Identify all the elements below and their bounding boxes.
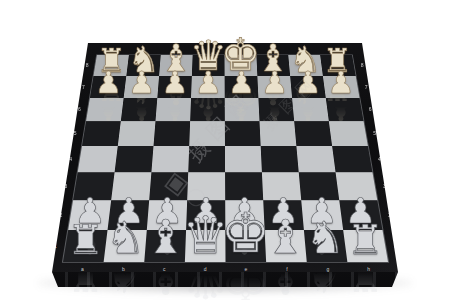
square-c4[interactable]	[151, 146, 189, 172]
chessboard-photo: abcdefgh1122334455667788 ♜♜♞♞♝♝♛♛♚♚♝♝♞♞♜…	[0, 0, 450, 300]
square-g8[interactable]	[288, 55, 323, 76]
square-a3[interactable]	[73, 172, 114, 200]
rank-label-right-4: 4	[378, 156, 381, 161]
square-c1[interactable]	[144, 230, 186, 262]
rank-label-left-5: 5	[74, 131, 77, 136]
square-c2[interactable]	[147, 200, 187, 230]
square-h3[interactable]	[336, 172, 378, 200]
square-h1[interactable]	[343, 230, 388, 262]
rank-label-left-2: 2	[59, 212, 62, 217]
square-e4[interactable]	[225, 146, 262, 172]
square-d3[interactable]	[187, 172, 225, 200]
square-a8[interactable]	[94, 55, 129, 76]
square-g2[interactable]	[301, 200, 343, 230]
square-b5[interactable]	[118, 121, 156, 146]
square-g1[interactable]	[304, 230, 347, 262]
square-e8[interactable]	[225, 55, 258, 76]
square-a6[interactable]	[86, 98, 124, 121]
square-b2[interactable]	[108, 200, 150, 230]
square-d5[interactable]	[189, 121, 225, 146]
rank-label-right-5: 5	[373, 131, 376, 136]
square-h7[interactable]	[323, 76, 360, 98]
square-f1[interactable]	[265, 230, 307, 262]
rank-label-left-8: 8	[86, 63, 89, 68]
chess-board[interactable]	[63, 55, 388, 262]
square-d1[interactable]	[185, 230, 226, 262]
square-b1[interactable]	[104, 230, 147, 262]
square-a2[interactable]	[68, 200, 111, 230]
rank-label-left-1: 1	[54, 243, 57, 248]
square-h5[interactable]	[329, 121, 368, 146]
square-g7[interactable]	[290, 76, 326, 98]
square-c3[interactable]	[149, 172, 188, 200]
square-b4[interactable]	[115, 146, 154, 172]
rank-label-right-2: 2	[388, 212, 391, 217]
square-e6[interactable]	[225, 98, 260, 121]
square-d6[interactable]	[190, 98, 225, 121]
square-c5[interactable]	[153, 121, 190, 146]
square-b7[interactable]	[124, 76, 159, 98]
square-g5[interactable]	[294, 121, 332, 146]
square-f6[interactable]	[258, 98, 294, 121]
square-g4[interactable]	[296, 146, 335, 172]
file-label-c: c	[163, 266, 166, 271]
square-b8[interactable]	[126, 55, 160, 76]
file-label-d: d	[204, 266, 207, 271]
square-c7[interactable]	[157, 76, 192, 98]
rank-label-left-6: 6	[78, 107, 81, 112]
square-c6[interactable]	[155, 98, 191, 121]
file-label-a: a	[81, 266, 84, 271]
square-f2[interactable]	[263, 200, 304, 230]
file-label-b: b	[122, 266, 125, 271]
square-d8[interactable]	[192, 55, 225, 76]
square-a4[interactable]	[78, 146, 118, 172]
square-a7[interactable]	[90, 76, 126, 98]
rank-label-right-1: 1	[394, 243, 397, 248]
square-c8[interactable]	[159, 55, 193, 76]
rank-label-right-3: 3	[383, 184, 386, 189]
rank-label-left-7: 7	[82, 84, 85, 89]
file-label-e: e	[245, 266, 248, 271]
square-b6[interactable]	[121, 98, 158, 121]
square-d2[interactable]	[186, 200, 225, 230]
file-label-g: g	[326, 266, 329, 271]
square-b3[interactable]	[111, 172, 151, 200]
square-f3[interactable]	[262, 172, 301, 200]
square-a1[interactable]	[63, 230, 108, 262]
square-a5[interactable]	[82, 121, 121, 146]
side-reflection-streaks	[52, 270, 398, 288]
square-f5[interactable]	[259, 121, 296, 146]
square-e3[interactable]	[225, 172, 263, 200]
square-h2[interactable]	[339, 200, 382, 230]
rank-label-right-6: 6	[369, 107, 372, 112]
square-f7[interactable]	[257, 76, 292, 98]
square-h6[interactable]	[326, 98, 364, 121]
rank-label-left-4: 4	[69, 156, 72, 161]
square-h4[interactable]	[332, 146, 372, 172]
square-g3[interactable]	[299, 172, 340, 200]
file-label-h: h	[367, 266, 370, 271]
square-f8[interactable]	[256, 55, 290, 76]
square-f4[interactable]	[261, 146, 299, 172]
rank-label-right-7: 7	[365, 84, 368, 89]
square-h8[interactable]	[320, 55, 356, 76]
square-d7[interactable]	[191, 76, 225, 98]
square-e7[interactable]	[225, 76, 259, 98]
square-g6[interactable]	[292, 98, 329, 121]
square-e2[interactable]	[225, 200, 264, 230]
file-label-f: f	[286, 266, 287, 271]
rank-label-right-8: 8	[361, 63, 364, 68]
square-e5[interactable]	[225, 121, 261, 146]
rank-label-left-3: 3	[65, 184, 68, 189]
square-d4[interactable]	[188, 146, 225, 172]
square-e1[interactable]	[225, 230, 266, 262]
